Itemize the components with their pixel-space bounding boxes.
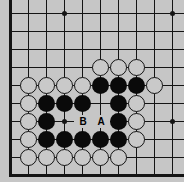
black-stone <box>128 77 145 94</box>
white-stone <box>20 149 37 166</box>
black-stone <box>56 131 73 148</box>
white-stone <box>92 59 109 76</box>
black-stone <box>74 131 91 148</box>
star-point <box>62 11 67 16</box>
black-stone <box>92 131 109 148</box>
grid-line-vertical <box>172 0 173 177</box>
white-stone <box>38 77 55 94</box>
white-stone <box>20 113 37 130</box>
white-stone <box>20 131 37 148</box>
grid-line-horizontal <box>9 174 184 177</box>
white-stone <box>128 131 145 148</box>
point-label-a: A <box>92 115 110 128</box>
black-stone <box>110 113 127 130</box>
white-stone <box>20 95 37 112</box>
white-stone <box>38 149 55 166</box>
go-board: BA <box>0 0 184 182</box>
white-stone <box>56 149 73 166</box>
black-stone <box>92 77 109 94</box>
go-diagram-screenshot: BA <box>0 0 184 182</box>
black-stone <box>38 131 55 148</box>
white-stone <box>110 149 127 166</box>
black-stone <box>38 113 55 130</box>
black-stone <box>74 95 91 112</box>
star-point <box>170 11 175 16</box>
white-stone <box>146 77 163 94</box>
white-stone <box>56 77 73 94</box>
grid-line-horizontal <box>9 49 184 50</box>
white-stone <box>20 77 37 94</box>
star-point <box>62 119 67 124</box>
white-stone <box>128 59 145 76</box>
black-stone <box>38 95 55 112</box>
white-stone <box>74 149 91 166</box>
white-stone <box>110 59 127 76</box>
black-stone <box>110 95 127 112</box>
black-stone <box>110 131 127 148</box>
white-stone <box>92 149 109 166</box>
point-label-b: B <box>74 115 92 128</box>
grid-line-vertical <box>9 0 12 177</box>
star-point <box>170 119 175 124</box>
grid-line-horizontal <box>9 31 184 32</box>
white-stone <box>128 95 145 112</box>
white-stone <box>128 113 145 130</box>
grid-line-horizontal <box>9 13 184 14</box>
white-stone <box>74 77 91 94</box>
black-stone <box>56 95 73 112</box>
black-stone <box>110 77 127 94</box>
